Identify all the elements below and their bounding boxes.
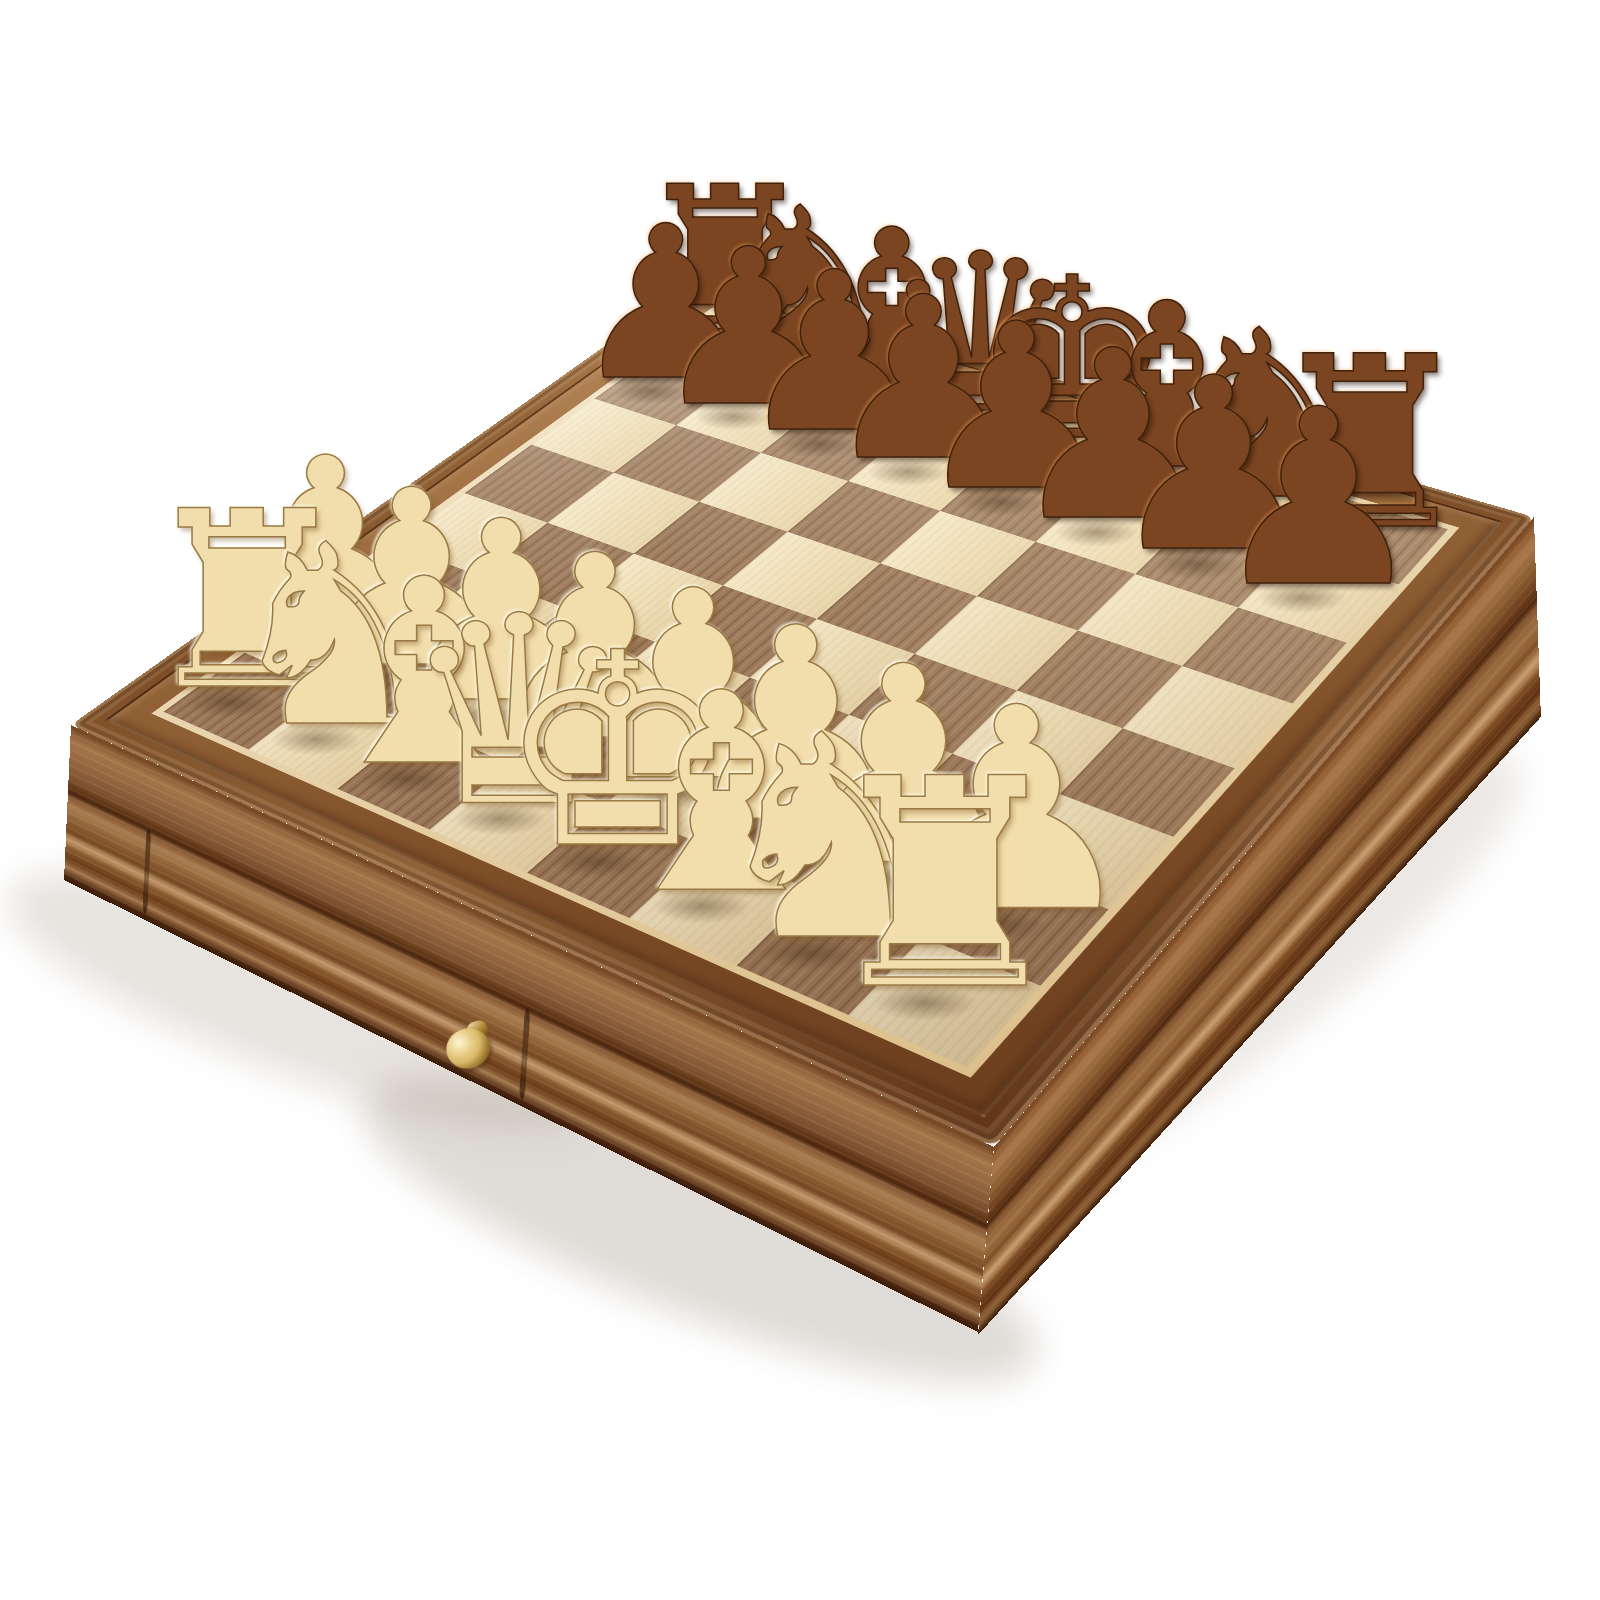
piece-black-pawn-h7[interactable]: ♟ (1210, 376, 1428, 619)
product-photo-stage: ♜♞♝♛♚♝♞♜♟♟♟♟♟♟♟♟♟♟♟♟♟♟♟♟♜♞♝♛♚♝♞♜ (0, 0, 1600, 1600)
piece-white-rook-h1[interactable]: ♜ (816, 741, 1074, 1029)
drawer-seam-right (519, 1006, 531, 1100)
drawer-seam-left (142, 827, 151, 914)
